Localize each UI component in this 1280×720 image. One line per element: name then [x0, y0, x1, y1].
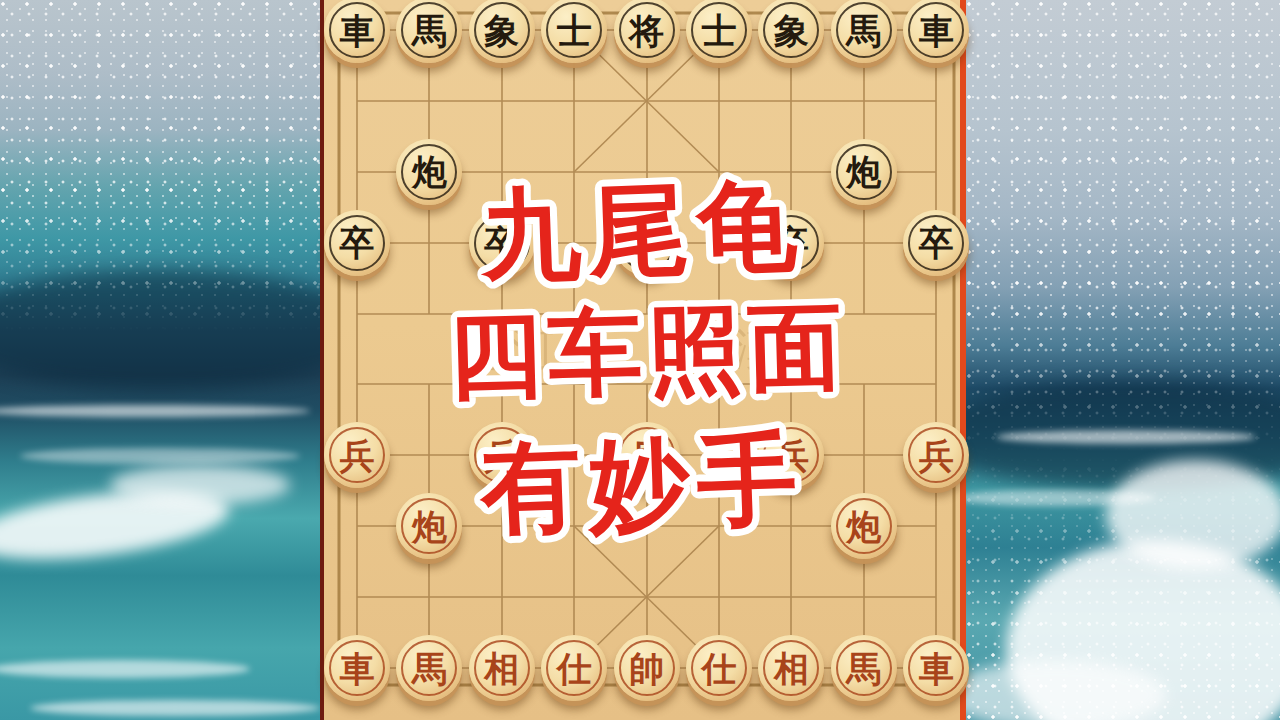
piece-character: 車: [919, 651, 954, 686]
piece-red-仕[interactable]: 仕: [686, 635, 752, 701]
piece-character: 卒: [629, 225, 664, 260]
river-label-right: 漢界: [734, 323, 842, 374]
piece-red-車[interactable]: 車: [324, 635, 390, 701]
piece-red-炮[interactable]: 炮: [831, 493, 897, 559]
piece-character: 馬: [846, 651, 881, 686]
piece-character: 卒: [919, 225, 954, 260]
board-grid: 楚河 漢界: [320, 0, 966, 720]
piece-black-卒[interactable]: 卒: [758, 210, 824, 276]
xiangqi-board[interactable]: 楚河 漢界 車馬象士将士象馬車炮炮卒卒卒卒卒兵兵兵兵兵炮炮車馬相仕帥仕相馬車: [320, 0, 966, 720]
piece-black-士[interactable]: 士: [686, 0, 752, 63]
sparkle-overlay: [966, 0, 1280, 720]
piece-character: 卒: [774, 225, 809, 260]
piece-character: 卒: [484, 225, 519, 260]
piece-character: 炮: [846, 154, 881, 189]
board-left-strip: [320, 0, 324, 720]
piece-black-卒[interactable]: 卒: [324, 210, 390, 276]
piece-character: 帥: [629, 651, 664, 686]
piece-red-兵[interactable]: 兵: [324, 422, 390, 488]
piece-black-炮[interactable]: 炮: [396, 139, 462, 205]
piece-character: 象: [484, 13, 519, 48]
piece-character: 象: [774, 13, 809, 48]
piece-character: 炮: [846, 509, 881, 544]
piece-red-帥[interactable]: 帥: [614, 635, 680, 701]
piece-black-車[interactable]: 車: [324, 0, 390, 63]
piece-character: 相: [484, 651, 519, 686]
piece-character: 馬: [412, 651, 447, 686]
piece-red-仕[interactable]: 仕: [541, 635, 607, 701]
ocean-background-left: [0, 0, 322, 720]
screenshot-stage: 楚河 漢界 車馬象士将士象馬車炮炮卒卒卒卒卒兵兵兵兵兵炮炮車馬相仕帥仕相馬車 九…: [0, 0, 1280, 720]
piece-character: 車: [340, 13, 375, 48]
piece-red-兵[interactable]: 兵: [469, 422, 535, 488]
piece-character: 兵: [484, 438, 519, 473]
piece-black-象[interactable]: 象: [469, 0, 535, 63]
piece-character: 兵: [774, 438, 809, 473]
piece-red-馬[interactable]: 馬: [396, 635, 462, 701]
piece-red-相[interactable]: 相: [758, 635, 824, 701]
piece-black-将[interactable]: 将: [614, 0, 680, 63]
piece-red-相[interactable]: 相: [469, 635, 535, 701]
piece-character: 車: [919, 13, 954, 48]
piece-character: 相: [774, 651, 809, 686]
river-label-left: 楚河: [456, 323, 564, 374]
piece-character: 仕: [702, 651, 737, 686]
piece-black-卒[interactable]: 卒: [614, 210, 680, 276]
piece-character: 兵: [340, 438, 375, 473]
piece-red-兵[interactable]: 兵: [614, 422, 680, 488]
ocean-background-right: [966, 0, 1280, 720]
piece-black-馬[interactable]: 馬: [831, 0, 897, 63]
board-right-strip: [960, 0, 966, 720]
sparkle-overlay: [0, 0, 322, 720]
piece-character: 士: [557, 13, 592, 48]
piece-character: 炮: [412, 509, 447, 544]
piece-character: 士: [702, 13, 737, 48]
piece-character: 車: [340, 651, 375, 686]
piece-character: 炮: [412, 154, 447, 189]
piece-black-卒[interactable]: 卒: [903, 210, 969, 276]
piece-character: 将: [629, 13, 664, 48]
piece-character: 兵: [629, 438, 664, 473]
piece-character: 馬: [412, 13, 447, 48]
piece-black-卒[interactable]: 卒: [469, 210, 535, 276]
piece-red-車[interactable]: 車: [903, 635, 969, 701]
piece-character: 仕: [557, 651, 592, 686]
piece-character: 卒: [340, 225, 375, 260]
piece-character: 兵: [919, 438, 954, 473]
piece-black-炮[interactable]: 炮: [831, 139, 897, 205]
piece-red-馬[interactable]: 馬: [831, 635, 897, 701]
piece-character: 馬: [846, 13, 881, 48]
